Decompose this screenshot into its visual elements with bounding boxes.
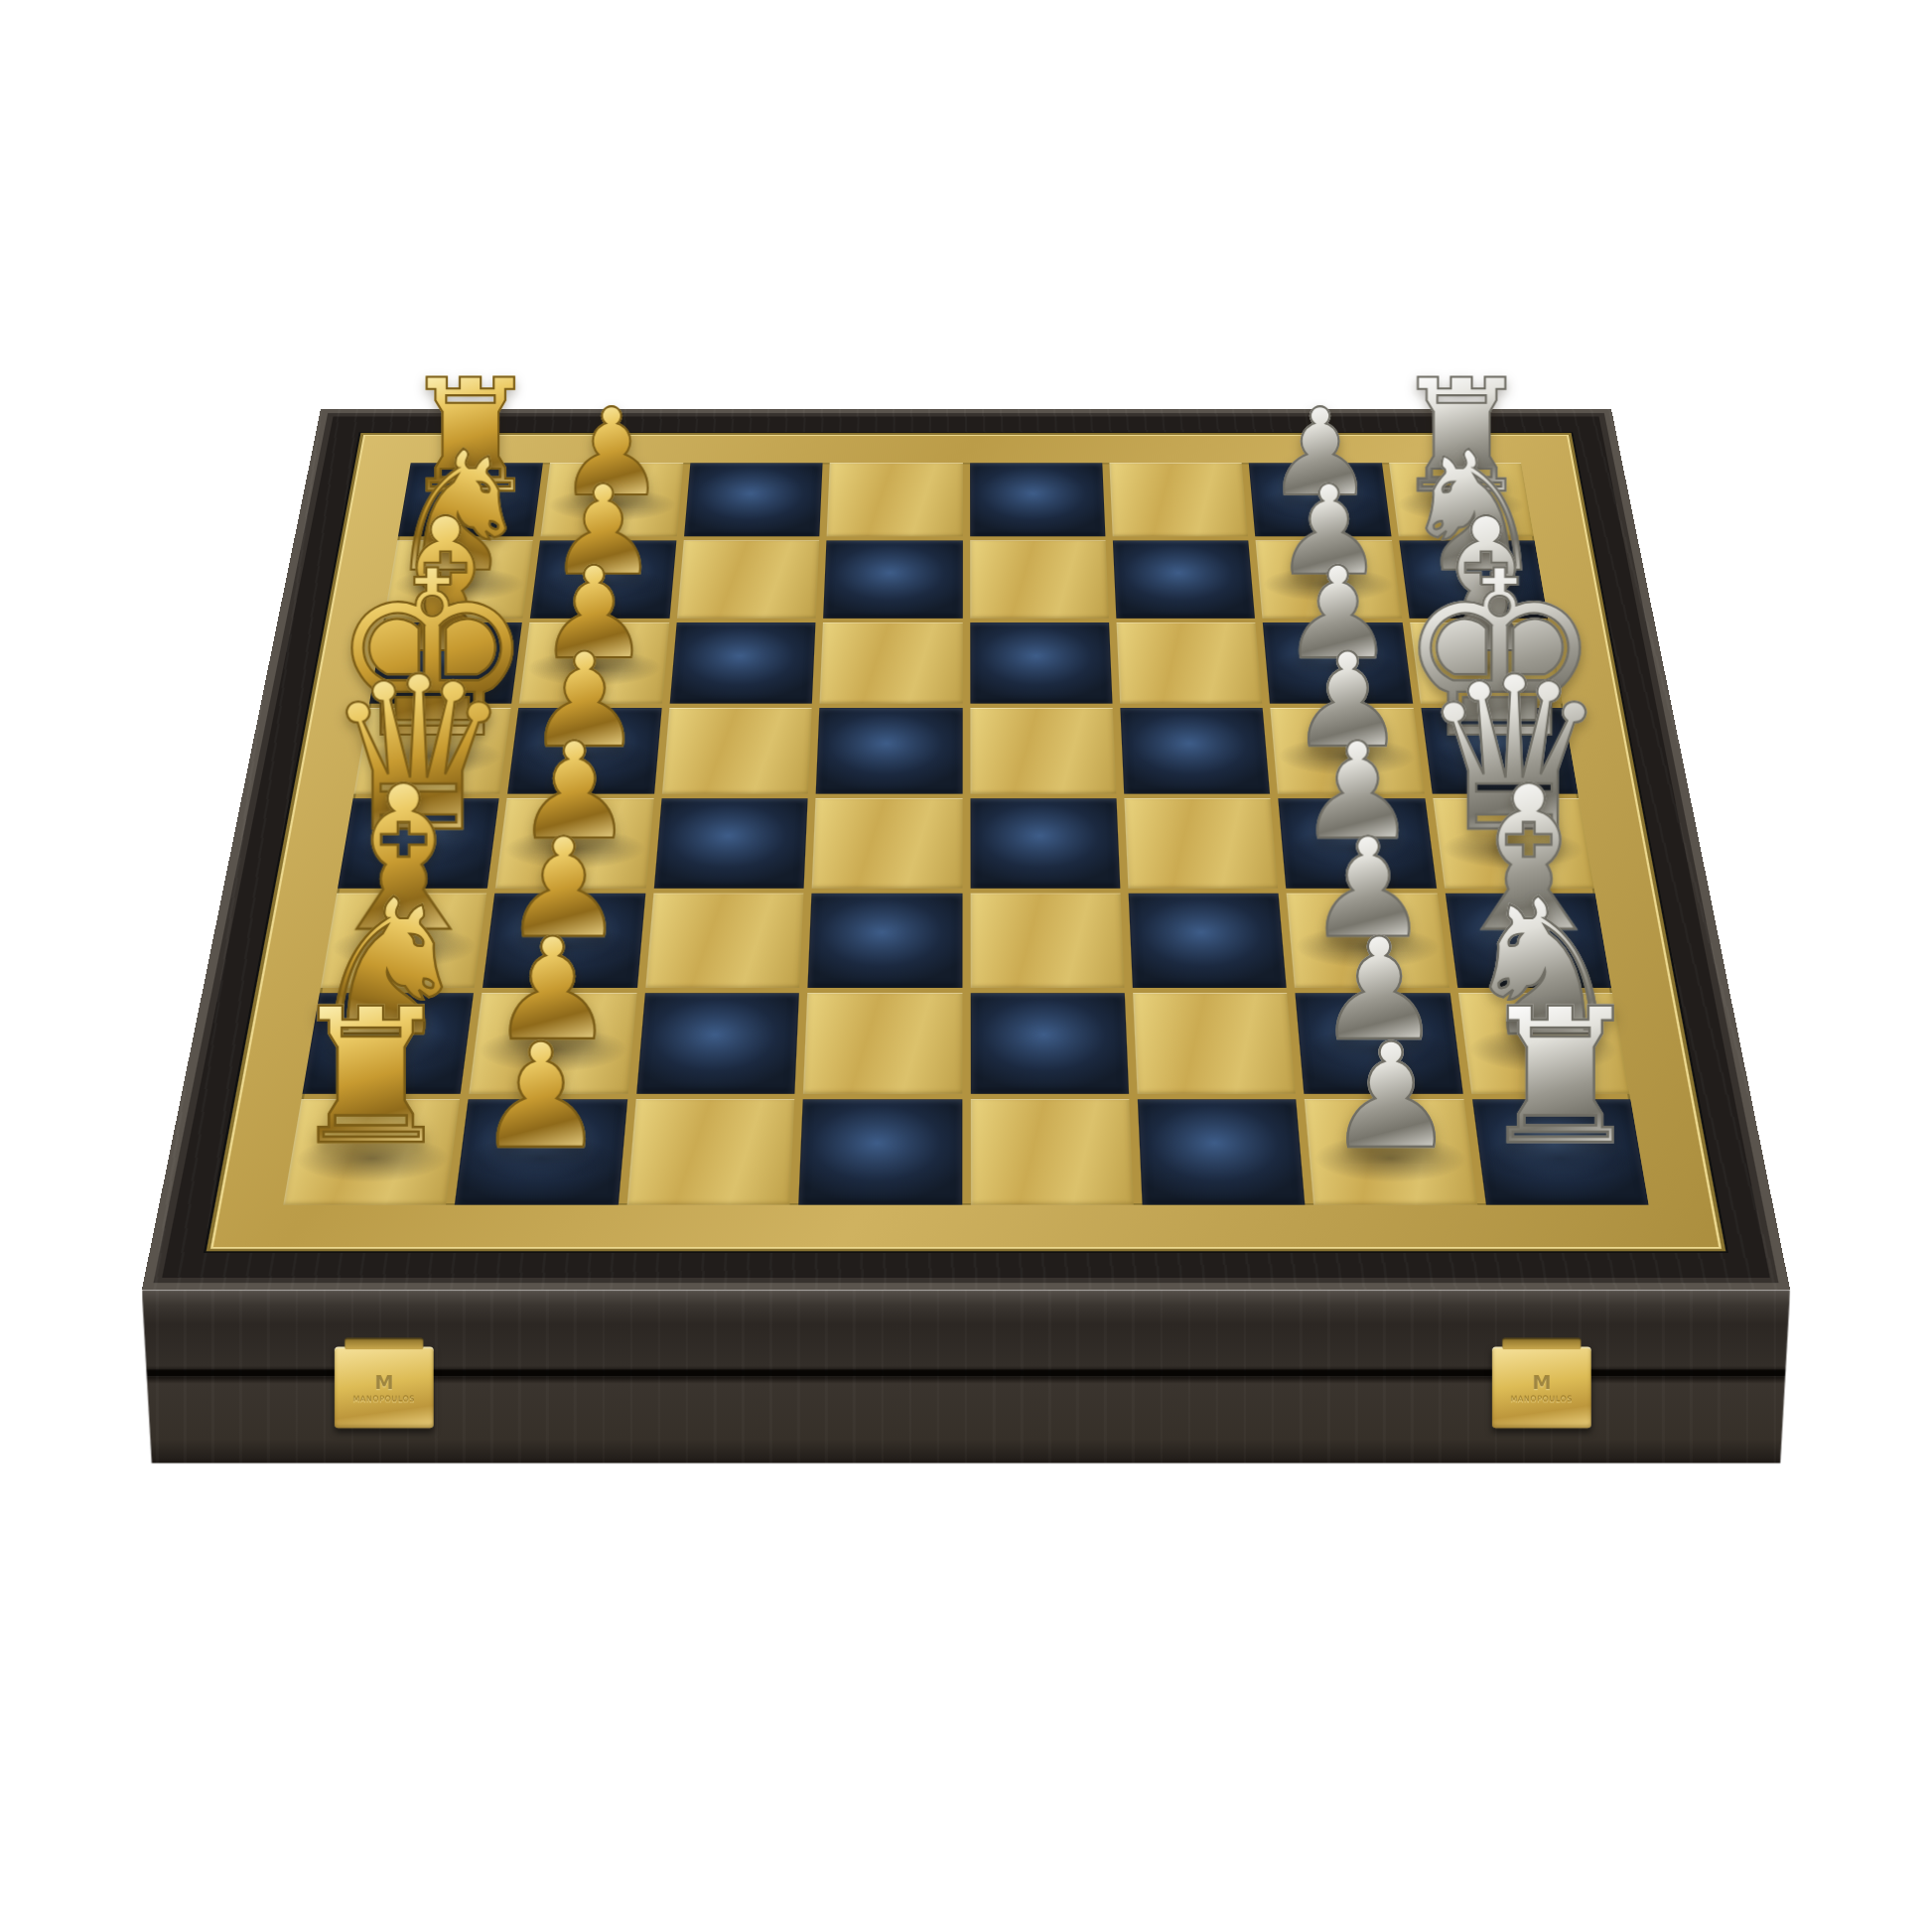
square-h5[interactable] <box>970 1099 1133 1205</box>
product-photo-stage: ♜♞♝♚♛♝♞♜♟♟♟♟♟♟♟♟♟♟♟♟♟♟♟♟♜♞♝♚♛♝♞♜ M MANOP… <box>0 0 1932 1932</box>
brand-logo-icon: M <box>1532 1373 1551 1392</box>
box-front-face: M MANOPOULOS M MANOPOULOS <box>142 1290 1790 1463</box>
brand-name: MANOPOULOS <box>353 1395 415 1403</box>
pawn-glyph: ♟ <box>1326 1031 1456 1164</box>
brand-logo-icon: M <box>374 1373 393 1392</box>
square-c4[interactable] <box>820 622 963 704</box>
square-b4[interactable] <box>823 541 962 619</box>
chess-board-top: ♜♞♝♚♛♝♞♜♟♟♟♟♟♟♟♟♟♟♟♟♟♟♟♟♜♞♝♚♛♝♞♜ <box>142 409 1790 1290</box>
square-h3[interactable] <box>626 1099 794 1205</box>
square-e5[interactable] <box>970 798 1120 889</box>
square-f5[interactable] <box>970 894 1124 989</box>
square-e6[interactable] <box>1124 798 1278 889</box>
clasp-left[interactable]: M MANOPOULOS <box>335 1347 434 1429</box>
square-g6[interactable] <box>1133 993 1296 1093</box>
square-f4[interactable] <box>808 894 962 989</box>
piece-black-rook-h8[interactable]: ♜ <box>1456 882 1665 1165</box>
square-d5[interactable] <box>970 708 1116 793</box>
square-g4[interactable] <box>803 993 962 1093</box>
rook-glyph: ♜ <box>1477 993 1645 1165</box>
square-f3[interactable] <box>645 894 804 989</box>
brand-name: MANOPOULOS <box>1511 1395 1573 1403</box>
square-b6[interactable] <box>1113 541 1255 619</box>
piece-white-pawn-h2[interactable]: ♟ <box>437 882 645 1165</box>
pawn-glyph: ♟ <box>476 1031 606 1164</box>
square-c5[interactable] <box>970 622 1113 704</box>
rook-glyph: ♜ <box>287 993 455 1165</box>
square-d6[interactable] <box>1120 708 1270 793</box>
square-e4[interactable] <box>812 798 962 889</box>
square-e3[interactable] <box>654 798 808 889</box>
square-b5[interactable] <box>970 541 1109 619</box>
square-c3[interactable] <box>669 622 815 704</box>
square-h4[interactable] <box>798 1099 961 1205</box>
square-g5[interactable] <box>970 993 1129 1093</box>
square-g3[interactable] <box>636 993 799 1093</box>
square-f6[interactable] <box>1128 894 1287 989</box>
square-d3[interactable] <box>662 708 812 793</box>
square-h6[interactable] <box>1138 1099 1306 1205</box>
clasp-right[interactable]: M MANOPOULOS <box>1492 1347 1591 1429</box>
square-c6[interactable] <box>1116 622 1262 704</box>
square-d4[interactable] <box>816 708 962 793</box>
chess-box-3d: ♜♞♝♚♛♝♞♜♟♟♟♟♟♟♟♟♟♟♟♟♟♟♟♟♜♞♝♚♛♝♞♜ M MANOP… <box>142 409 1790 1290</box>
square-b3[interactable] <box>677 541 819 619</box>
